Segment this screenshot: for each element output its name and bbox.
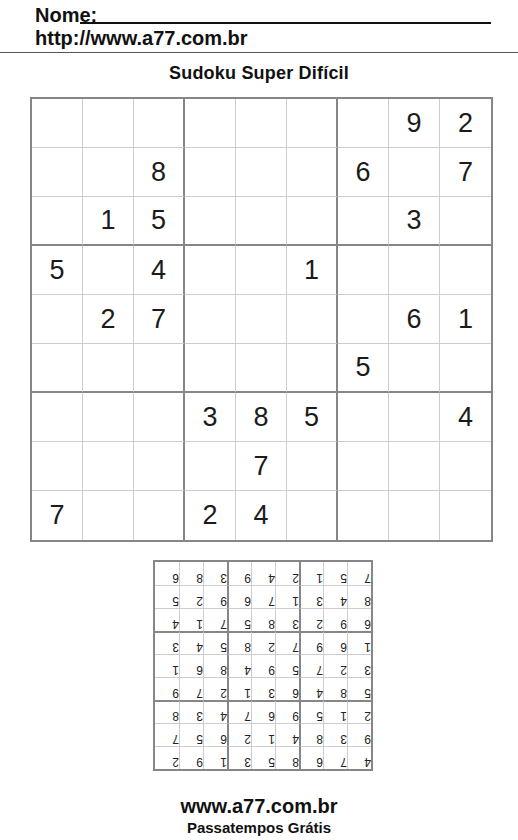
cell-r4c7[interactable] bbox=[338, 246, 389, 295]
solution-cell-r3c8: 3 bbox=[179, 700, 203, 723]
cell-r6c4[interactable] bbox=[185, 344, 236, 393]
solution-cell-r1c2: 7 bbox=[323, 746, 347, 769]
solution-cell-r5c1: 3 bbox=[347, 654, 371, 677]
cell-r9c4[interactable]: 2 bbox=[185, 491, 236, 540]
cell-r8c4[interactable] bbox=[185, 442, 236, 491]
cell-r5c7[interactable] bbox=[338, 295, 389, 344]
solution-cell-r7c8: 1 bbox=[179, 608, 203, 631]
solution-cell-r6c7: 5 bbox=[203, 631, 227, 654]
cell-r9c1[interactable]: 7 bbox=[32, 491, 83, 540]
cell-r2c5[interactable] bbox=[236, 148, 287, 197]
solution-cell-r1c8: 9 bbox=[179, 746, 203, 769]
solution-cell-r6c6: 8 bbox=[227, 631, 251, 654]
solution-cell-r3c1: 2 bbox=[347, 700, 371, 723]
solution-cell-r7c7: 7 bbox=[203, 608, 227, 631]
solution-cell-r9c6: 9 bbox=[227, 562, 251, 585]
solution-cell-r5c5: 9 bbox=[251, 654, 275, 677]
cell-r9c7[interactable] bbox=[338, 491, 389, 540]
solution-cell-r1c1: 4 bbox=[347, 746, 371, 769]
cell-r6c9[interactable] bbox=[440, 344, 491, 393]
solution-cell-r5c8: 6 bbox=[179, 654, 203, 677]
page-title: Sudoku Super Difícil bbox=[0, 63, 518, 84]
cell-r6c2[interactable] bbox=[83, 344, 134, 393]
cell-r1c7[interactable] bbox=[338, 99, 389, 148]
solution-cell-r2c9: 7 bbox=[155, 723, 179, 746]
solution-cell-r1c5: 5 bbox=[251, 746, 275, 769]
solution-cell-r4c5: 3 bbox=[251, 677, 275, 700]
solution-cell-r4c3: 4 bbox=[299, 677, 323, 700]
cell-r1c1[interactable] bbox=[32, 99, 83, 148]
cell-r6c8[interactable] bbox=[389, 344, 440, 393]
solution-cell-r3c4: 9 bbox=[275, 700, 299, 723]
cell-r8c5[interactable]: 7 bbox=[236, 442, 287, 491]
solution-cell-r8c3: 3 bbox=[299, 585, 323, 608]
solution-cell-r9c7: 3 bbox=[203, 562, 227, 585]
cell-r7c2[interactable] bbox=[83, 393, 134, 442]
cell-r9c3[interactable] bbox=[134, 491, 185, 540]
solution-cell-r8c6: 6 bbox=[227, 585, 251, 608]
solution-cell-r3c2: 1 bbox=[323, 700, 347, 723]
solution-cell-r6c2: 6 bbox=[323, 631, 347, 654]
solution-cell-r1c6: 3 bbox=[227, 746, 251, 769]
cell-r5c9[interactable]: 1 bbox=[440, 295, 491, 344]
solution-cell-r2c7: 6 bbox=[203, 723, 227, 746]
cell-r5c8[interactable]: 6 bbox=[389, 295, 440, 344]
cell-r5c5[interactable] bbox=[236, 295, 287, 344]
solution-cell-r7c4: 3 bbox=[275, 608, 299, 631]
solution-cell-r6c5: 2 bbox=[251, 631, 275, 654]
cell-r6c1[interactable] bbox=[32, 344, 83, 393]
cell-r5c4[interactable] bbox=[185, 295, 236, 344]
cell-r5c6[interactable] bbox=[287, 295, 338, 344]
solution-cell-r2c3: 8 bbox=[299, 723, 323, 746]
cell-r7c5[interactable]: 8 bbox=[236, 393, 287, 442]
cell-r9c6[interactable] bbox=[287, 491, 338, 540]
solution-cell-r5c2: 2 bbox=[323, 654, 347, 677]
solution-cell-r7c5: 8 bbox=[251, 608, 275, 631]
cell-r1c2[interactable] bbox=[83, 99, 134, 148]
solution-cell-r1c9: 2 bbox=[155, 746, 179, 769]
cell-r2c2[interactable] bbox=[83, 148, 134, 197]
solution-cell-r6c9: 3 bbox=[155, 631, 179, 654]
cell-r4c6[interactable]: 1 bbox=[287, 246, 338, 295]
cell-r4c4[interactable] bbox=[185, 246, 236, 295]
solution-cell-r7c1: 6 bbox=[347, 608, 371, 631]
solution-cell-r3c3: 5 bbox=[299, 700, 323, 723]
solution-cell-r3c7: 4 bbox=[203, 700, 227, 723]
solution-cell-r9c8: 8 bbox=[179, 562, 203, 585]
solution-cell-r7c3: 2 bbox=[299, 608, 323, 631]
solution-cell-r9c1: 7 bbox=[347, 562, 371, 585]
solution-cell-r3c9: 8 bbox=[155, 700, 179, 723]
cell-r4c8[interactable] bbox=[389, 246, 440, 295]
solution-cell-r8c5: 7 bbox=[251, 585, 275, 608]
cell-r8c8[interactable] bbox=[389, 442, 440, 491]
header-divider bbox=[0, 52, 518, 53]
cell-r9c8[interactable] bbox=[389, 491, 440, 540]
cell-r3c7[interactable] bbox=[338, 197, 389, 246]
footer-site: www.a77.com.br bbox=[0, 795, 518, 818]
cell-r7c6[interactable]: 5 bbox=[287, 393, 338, 442]
cell-r7c1[interactable] bbox=[32, 393, 83, 442]
cell-r7c4[interactable]: 3 bbox=[185, 393, 236, 442]
cell-r6c5[interactable] bbox=[236, 344, 287, 393]
cell-r6c6[interactable] bbox=[287, 344, 338, 393]
solution-cell-r7c9: 4 bbox=[155, 608, 179, 631]
cell-r1c6[interactable] bbox=[287, 99, 338, 148]
cell-r5c2[interactable]: 2 bbox=[83, 295, 134, 344]
cell-r3c2[interactable]: 1 bbox=[83, 197, 134, 246]
solution-cell-r7c6: 5 bbox=[227, 608, 251, 631]
solution-cell-r2c4: 4 bbox=[275, 723, 299, 746]
solution-cell-r5c4: 5 bbox=[275, 654, 299, 677]
cell-r2c3[interactable]: 8 bbox=[134, 148, 185, 197]
cell-r6c3[interactable] bbox=[134, 344, 185, 393]
cell-r4c3[interactable]: 4 bbox=[134, 246, 185, 295]
cell-r1c5[interactable] bbox=[236, 99, 287, 148]
cell-r7c3[interactable] bbox=[134, 393, 185, 442]
solution-cell-r4c6: 1 bbox=[227, 677, 251, 700]
solution-cell-r9c2: 5 bbox=[323, 562, 347, 585]
solution-cell-r8c4: 1 bbox=[275, 585, 299, 608]
solution-cell-r5c3: 7 bbox=[299, 654, 323, 677]
cell-r3c9[interactable] bbox=[440, 197, 491, 246]
cell-r5c1[interactable] bbox=[32, 295, 83, 344]
cell-r4c1[interactable]: 5 bbox=[32, 246, 83, 295]
solution-cell-r9c9: 6 bbox=[155, 562, 179, 585]
cell-r2c6[interactable] bbox=[287, 148, 338, 197]
cell-r9c5[interactable]: 4 bbox=[236, 491, 287, 540]
solution-cell-r4c1: 5 bbox=[347, 677, 371, 700]
cell-r1c4[interactable] bbox=[185, 99, 236, 148]
name-blank-line bbox=[80, 0, 491, 24]
cell-r4c9[interactable] bbox=[440, 246, 491, 295]
cell-r8c3[interactable] bbox=[134, 442, 185, 491]
solution-cell-r2c1: 9 bbox=[347, 723, 371, 746]
solution-board-upside-down: 4768531929384126572159674385846312793275… bbox=[153, 560, 373, 771]
cell-r3c3[interactable]: 5 bbox=[134, 197, 185, 246]
solution-cell-r4c9: 9 bbox=[155, 677, 179, 700]
solution-cell-r5c7: 8 bbox=[203, 654, 227, 677]
cell-r6c7[interactable]: 5 bbox=[338, 344, 389, 393]
cell-r5c3[interactable]: 7 bbox=[134, 295, 185, 344]
solution-cell-r8c7: 9 bbox=[203, 585, 227, 608]
site-url: http://www.a77.com.br bbox=[35, 27, 248, 50]
cell-r2c1[interactable] bbox=[32, 148, 83, 197]
cell-r2c8[interactable] bbox=[389, 148, 440, 197]
solution-cell-r1c3: 6 bbox=[299, 746, 323, 769]
solution-cell-r9c4: 2 bbox=[275, 562, 299, 585]
solution-cell-r9c3: 1 bbox=[299, 562, 323, 585]
cell-r3c1[interactable] bbox=[32, 197, 83, 246]
solution-cell-r7c2: 9 bbox=[323, 608, 347, 631]
solution-cell-r6c1: 1 bbox=[347, 631, 371, 654]
cell-r3c6[interactable] bbox=[287, 197, 338, 246]
cell-r7c8[interactable] bbox=[389, 393, 440, 442]
solution-cell-r5c6: 4 bbox=[227, 654, 251, 677]
cell-r4c2[interactable] bbox=[83, 246, 134, 295]
solution-cell-r8c1: 8 bbox=[347, 585, 371, 608]
cell-r8c7[interactable] bbox=[338, 442, 389, 491]
cell-r4c5[interactable] bbox=[236, 246, 287, 295]
solution-cell-r9c5: 4 bbox=[251, 562, 275, 585]
solution-cell-r5c9: 1 bbox=[155, 654, 179, 677]
solution-cell-r6c3: 9 bbox=[299, 631, 323, 654]
solution-cell-r4c7: 2 bbox=[203, 677, 227, 700]
solution-cell-r8c9: 5 bbox=[155, 585, 179, 608]
cell-r1c8[interactable]: 9 bbox=[389, 99, 440, 148]
cell-r7c9[interactable]: 4 bbox=[440, 393, 491, 442]
solution-cell-r8c8: 2 bbox=[179, 585, 203, 608]
cell-r9c2[interactable] bbox=[83, 491, 134, 540]
solution-cell-r3c5: 6 bbox=[251, 700, 275, 723]
cell-r8c1[interactable] bbox=[32, 442, 83, 491]
solution-cell-r8c2: 4 bbox=[323, 585, 347, 608]
cell-r8c9[interactable] bbox=[440, 442, 491, 491]
solution-cell-r3c6: 7 bbox=[227, 700, 251, 723]
solution-cell-r1c4: 8 bbox=[275, 746, 299, 769]
solution-cell-r2c6: 2 bbox=[227, 723, 251, 746]
solution-cell-r2c5: 1 bbox=[251, 723, 275, 746]
cell-r8c6[interactable] bbox=[287, 442, 338, 491]
footer-tagline: Passatempos Grátis bbox=[0, 819, 518, 836]
solution-cell-r2c8: 5 bbox=[179, 723, 203, 746]
solution-cell-r2c2: 3 bbox=[323, 723, 347, 746]
cell-r2c4[interactable] bbox=[185, 148, 236, 197]
cell-r1c3[interactable] bbox=[134, 99, 185, 148]
cell-r2c7[interactable]: 6 bbox=[338, 148, 389, 197]
cell-r8c2[interactable] bbox=[83, 442, 134, 491]
solution-cell-r4c4: 6 bbox=[275, 677, 299, 700]
cell-r7c7[interactable] bbox=[338, 393, 389, 442]
solution-cell-r1c7: 1 bbox=[203, 746, 227, 769]
cell-r9c9[interactable] bbox=[440, 491, 491, 540]
solution-cell-r6c4: 7 bbox=[275, 631, 299, 654]
cell-r3c5[interactable] bbox=[236, 197, 287, 246]
sudoku-board: 928671535412761538547724 bbox=[30, 97, 493, 542]
solution-cell-r4c2: 8 bbox=[323, 677, 347, 700]
cell-r2c9[interactable]: 7 bbox=[440, 148, 491, 197]
solution-cell-r4c8: 7 bbox=[179, 677, 203, 700]
solution-cell-r6c8: 4 bbox=[179, 631, 203, 654]
cell-r3c4[interactable] bbox=[185, 197, 236, 246]
cell-r1c9[interactable]: 2 bbox=[440, 99, 491, 148]
cell-r3c8[interactable]: 3 bbox=[389, 197, 440, 246]
